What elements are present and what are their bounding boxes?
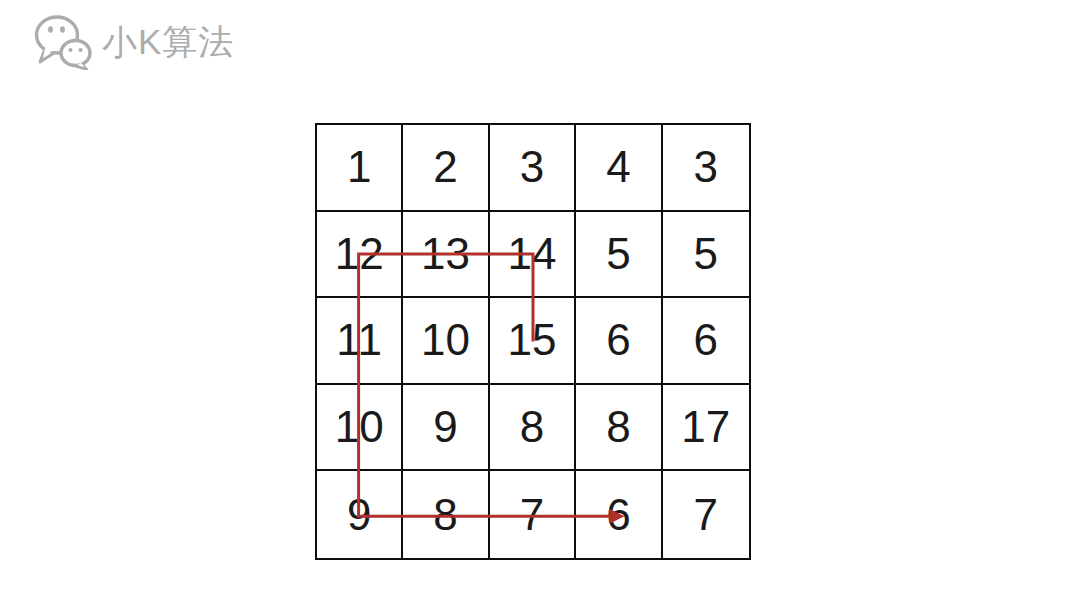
grid-cell-r2c1: 12 <box>317 212 403 299</box>
grid-cell-r2c5: 5 <box>663 212 749 299</box>
account-name: 小K算法 <box>102 14 234 70</box>
grid-cell-r3c2: 10 <box>403 298 489 385</box>
page: 小K算法 123431213145511101566109881798767 <box>0 0 1080 589</box>
grid-cell-r5c2: 8 <box>403 471 489 558</box>
number-grid: 123431213145511101566109881798767 <box>315 123 751 560</box>
grid-cell-r5c1: 9 <box>317 471 403 558</box>
grid-cell-r3c4: 6 <box>576 298 662 385</box>
grid-cell-r4c5: 17 <box>663 385 749 472</box>
grid-cell-r1c1: 1 <box>317 125 403 212</box>
grid-cell-r5c4: 6 <box>576 471 662 558</box>
grid-cell-r5c5: 7 <box>663 471 749 558</box>
wechat-watermark: 小K算法 <box>33 14 234 70</box>
grid-cell-r4c2: 9 <box>403 385 489 472</box>
grid-cell-r5c3: 7 <box>490 471 576 558</box>
grid-cell-r2c4: 5 <box>576 212 662 299</box>
grid-cell-r4c3: 8 <box>490 385 576 472</box>
grid-cell-r3c1: 11 <box>317 298 403 385</box>
grid-cell-r4c4: 8 <box>576 385 662 472</box>
grid-cell-r4c1: 10 <box>317 385 403 472</box>
wechat-logo-icon <box>33 14 93 70</box>
board: 123431213145511101566109881798767 <box>315 123 751 560</box>
grid-cell-r2c3: 14 <box>490 212 576 299</box>
grid-cell-r1c5: 3 <box>663 125 749 212</box>
grid-cell-r1c3: 3 <box>490 125 576 212</box>
grid-cell-r3c5: 6 <box>663 298 749 385</box>
grid-cell-r3c3: 15 <box>490 298 576 385</box>
grid-cell-r1c2: 2 <box>403 125 489 212</box>
grid-cell-r2c2: 13 <box>403 212 489 299</box>
grid-cell-r1c4: 4 <box>576 125 662 212</box>
